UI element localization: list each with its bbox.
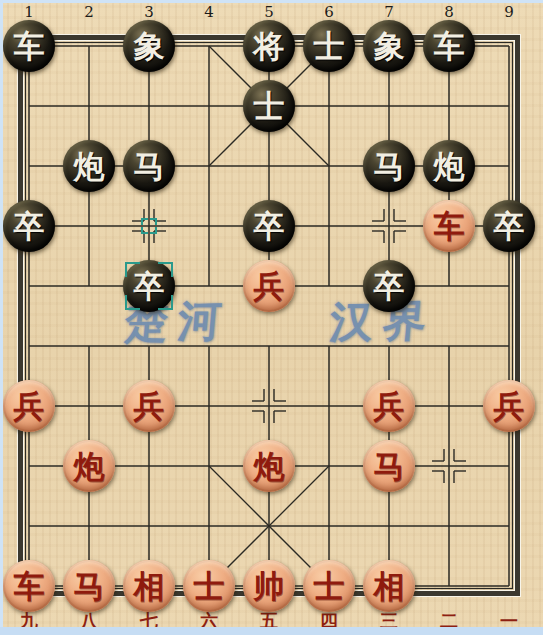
file-label-top-3: 3: [138, 3, 160, 21]
piece-red-general[interactable]: 帅: [243, 560, 295, 612]
file-label-top-8: 8: [438, 3, 460, 21]
piece-black-soldier[interactable]: 卒: [3, 200, 55, 252]
river-text-left: 楚河: [95, 292, 260, 353]
window-edge-left: [0, 0, 3, 635]
piece-red-horse[interactable]: 马: [363, 440, 415, 492]
piece-black-soldier[interactable]: 卒: [363, 260, 415, 312]
piece-black-horse[interactable]: 马: [363, 140, 415, 192]
piece-red-soldier[interactable]: 兵: [3, 380, 55, 432]
piece-black-advisor[interactable]: 士: [303, 20, 355, 72]
piece-black-elephant[interactable]: 象: [123, 20, 175, 72]
file-label-top-5: 5: [258, 3, 280, 21]
file-label-top-7: 7: [378, 3, 400, 21]
piece-red-cannon[interactable]: 炮: [243, 440, 295, 492]
piece-red-horse[interactable]: 马: [63, 560, 115, 612]
piece-black-soldier[interactable]: 卒: [243, 200, 295, 252]
piece-red-chariot[interactable]: 车: [3, 560, 55, 612]
piece-black-chariot[interactable]: 车: [423, 20, 475, 72]
piece-red-chariot[interactable]: 车: [423, 200, 475, 252]
piece-black-cannon[interactable]: 炮: [63, 140, 115, 192]
piece-red-cannon[interactable]: 炮: [63, 440, 115, 492]
piece-black-elephant[interactable]: 象: [363, 20, 415, 72]
file-label-top-1: 1: [18, 3, 40, 21]
file-label-top-2: 2: [78, 3, 100, 21]
piece-red-soldier[interactable]: 兵: [483, 380, 535, 432]
piece-red-soldier[interactable]: 兵: [363, 380, 415, 432]
piece-red-elephant[interactable]: 相: [123, 560, 175, 612]
piece-black-advisor[interactable]: 士: [243, 80, 295, 132]
file-label-top-4: 4: [198, 3, 220, 21]
piece-red-advisor[interactable]: 士: [303, 560, 355, 612]
piece-red-soldier[interactable]: 兵: [123, 380, 175, 432]
piece-red-elephant[interactable]: 相: [363, 560, 415, 612]
piece-black-horse[interactable]: 马: [123, 140, 175, 192]
piece-black-soldier[interactable]: 卒: [123, 260, 175, 312]
file-label-top-6: 6: [318, 3, 340, 21]
xiangqi-app-window: 123456789 九八七六五四三二一 楚河 汉界 车象将士象车士炮马马炮卒卒车…: [0, 0, 543, 635]
file-label-top-9: 9: [498, 3, 520, 21]
piece-black-chariot[interactable]: 车: [3, 20, 55, 72]
piece-red-soldier[interactable]: 兵: [243, 260, 295, 312]
piece-red-advisor[interactable]: 士: [183, 560, 235, 612]
window-edge-bottom: [0, 627, 543, 635]
piece-black-soldier[interactable]: 卒: [483, 200, 535, 252]
piece-black-general[interactable]: 将: [243, 20, 295, 72]
window-edge-top: [0, 0, 543, 3]
piece-black-cannon[interactable]: 炮: [423, 140, 475, 192]
